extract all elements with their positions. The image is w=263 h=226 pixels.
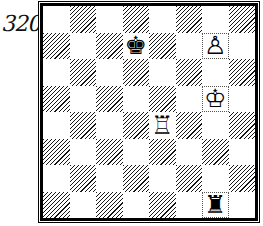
square-c1[interactable]: [96, 192, 123, 219]
square-c7[interactable]: [96, 33, 123, 60]
square-f7[interactable]: [176, 33, 203, 60]
square-c4[interactable]: [96, 112, 123, 139]
square-e7[interactable]: [149, 33, 176, 60]
square-f4[interactable]: [176, 112, 203, 139]
square-a4[interactable]: [43, 112, 70, 139]
square-h8[interactable]: [229, 6, 256, 33]
square-e2[interactable]: [149, 165, 176, 192]
square-e6[interactable]: [149, 59, 176, 86]
square-d3[interactable]: [123, 139, 150, 166]
square-e3[interactable]: [149, 139, 176, 166]
square-f8[interactable]: [176, 6, 203, 33]
square-c8[interactable]: [96, 6, 123, 33]
square-g6[interactable]: [202, 59, 229, 86]
piece-black-king-d7: ♚: [125, 33, 147, 58]
square-f1[interactable]: [176, 192, 203, 219]
square-b4[interactable]: [70, 112, 97, 139]
square-b3[interactable]: [70, 139, 97, 166]
diagram-number: 320: [1, 12, 40, 36]
square-f6[interactable]: [176, 59, 203, 86]
chess-board: ♚♙♔♖♜: [40, 3, 258, 221]
square-a7[interactable]: [43, 33, 70, 60]
square-h5[interactable]: [229, 86, 256, 113]
square-d7[interactable]: ♚: [123, 33, 150, 60]
piece-white-rook-e4: ♖: [151, 113, 173, 138]
chess-diagram: 320 ♚♙♔♖♜: [0, 0, 263, 226]
piece-white-king-g5: ♔: [204, 86, 226, 111]
square-g4[interactable]: [202, 112, 229, 139]
square-g3[interactable]: [202, 139, 229, 166]
square-d5[interactable]: [123, 86, 150, 113]
square-h3[interactable]: [229, 139, 256, 166]
board-frame: ♚♙♔♖♜: [38, 1, 260, 223]
square-h2[interactable]: [229, 165, 256, 192]
square-b7[interactable]: [70, 33, 97, 60]
square-f3[interactable]: [176, 139, 203, 166]
piece-white-pawn-g7: ♙: [204, 33, 226, 58]
square-b8[interactable]: [70, 6, 97, 33]
square-b1[interactable]: [70, 192, 97, 219]
square-g5[interactable]: ♔: [202, 86, 229, 113]
square-d1[interactable]: [123, 192, 150, 219]
square-f2[interactable]: [176, 165, 203, 192]
square-g1[interactable]: ♜: [202, 192, 229, 219]
square-f5[interactable]: [176, 86, 203, 113]
square-a1[interactable]: [43, 192, 70, 219]
square-e8[interactable]: [149, 6, 176, 33]
square-a5[interactable]: [43, 86, 70, 113]
square-h4[interactable]: [229, 112, 256, 139]
square-a2[interactable]: [43, 165, 70, 192]
square-a6[interactable]: [43, 59, 70, 86]
square-d4[interactable]: [123, 112, 150, 139]
square-h7[interactable]: [229, 33, 256, 60]
piece-black-rook-g1: ♜: [204, 192, 226, 217]
square-d2[interactable]: [123, 165, 150, 192]
square-c3[interactable]: [96, 139, 123, 166]
square-e4[interactable]: ♖: [149, 112, 176, 139]
square-d8[interactable]: [123, 6, 150, 33]
square-c6[interactable]: [96, 59, 123, 86]
square-a3[interactable]: [43, 139, 70, 166]
square-b6[interactable]: [70, 59, 97, 86]
square-b5[interactable]: [70, 86, 97, 113]
square-d6[interactable]: [123, 59, 150, 86]
square-e1[interactable]: [149, 192, 176, 219]
square-c5[interactable]: [96, 86, 123, 113]
square-c2[interactable]: [96, 165, 123, 192]
square-b2[interactable]: [70, 165, 97, 192]
square-e5[interactable]: [149, 86, 176, 113]
square-g8[interactable]: [202, 6, 229, 33]
square-g7[interactable]: ♙: [202, 33, 229, 60]
square-g2[interactable]: [202, 165, 229, 192]
square-h6[interactable]: [229, 59, 256, 86]
square-h1[interactable]: [229, 192, 256, 219]
square-a8[interactable]: [43, 6, 70, 33]
